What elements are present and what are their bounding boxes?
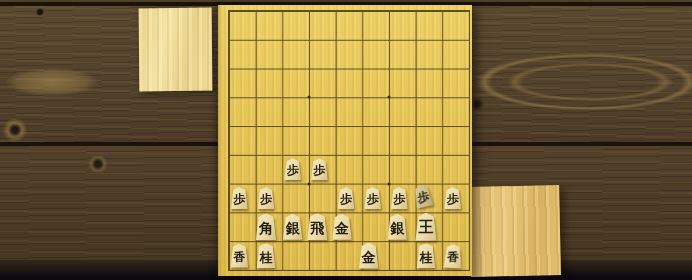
square-9f[interactable] (229, 155, 256, 184)
koma-face: 桂 (416, 243, 437, 268)
square-4f[interactable] (362, 155, 389, 184)
square-5b[interactable] (336, 40, 363, 69)
piece-glyph: 角 (259, 221, 273, 235)
piece-rook[interactable]: 飛 (306, 213, 329, 240)
square-4e[interactable] (362, 126, 389, 155)
star-point (307, 182, 310, 185)
koma-face: 桂 (255, 243, 276, 268)
square-6d[interactable] (309, 97, 336, 126)
square-4b[interactable] (362, 40, 389, 69)
piece-gold[interactable]: 金 (331, 214, 353, 240)
koma-face: 歩 (230, 187, 249, 209)
shogi-board: 歩歩歩歩歩歩歩歩歩角銀飛金銀王香桂金桂香 (218, 5, 472, 276)
koma-face: 歩 (363, 187, 382, 209)
wood-knot-dark (88, 155, 108, 173)
square-8b[interactable] (256, 40, 283, 69)
piece-glyph: 歩 (416, 190, 430, 204)
piece-knight[interactable]: 桂 (255, 243, 276, 268)
square-9d[interactable] (229, 97, 256, 126)
square-2b[interactable] (416, 40, 443, 69)
square-7e[interactable] (282, 126, 309, 155)
square-6b[interactable] (309, 40, 336, 69)
piece-pawn[interactable]: 歩 (390, 187, 409, 209)
square-9b[interactable] (229, 40, 256, 69)
square-5f[interactable] (336, 155, 363, 184)
square-2f[interactable] (416, 155, 443, 184)
piece-silver[interactable]: 銀 (386, 214, 408, 240)
wood-knot-light (6, 68, 98, 96)
square-5c[interactable] (336, 69, 363, 98)
square-1b[interactable] (442, 40, 469, 69)
square-2c[interactable] (416, 69, 443, 98)
square-8c[interactable] (256, 69, 283, 98)
piece-pawn[interactable]: 歩 (363, 187, 382, 209)
square-3e[interactable] (389, 126, 416, 155)
koma-face: 歩 (256, 187, 275, 209)
square-4d[interactable] (362, 97, 389, 126)
piece-glyph: 歩 (393, 193, 405, 205)
square-9a[interactable] (229, 11, 256, 40)
piece-lance[interactable]: 香 (229, 244, 249, 268)
square-7b[interactable] (282, 40, 309, 69)
square-6g[interactable] (309, 184, 336, 213)
piece-pawn[interactable]: 歩 (283, 158, 302, 180)
piece-king[interactable]: 王 (414, 213, 438, 241)
piece-glyph: 歩 (340, 193, 352, 205)
square-1d[interactable] (442, 97, 469, 126)
star-point (388, 96, 391, 99)
square-7a[interactable] (282, 11, 309, 40)
square-6c[interactable] (309, 69, 336, 98)
square-8a[interactable] (256, 11, 283, 40)
square-1h[interactable] (442, 212, 469, 241)
koma-face: 香 (229, 244, 249, 268)
piece-stand-top-left (139, 8, 213, 92)
square-2e[interactable] (416, 126, 443, 155)
wood-knot-dark (2, 118, 28, 142)
koma-face: 飛 (306, 213, 329, 240)
square-5e[interactable] (336, 126, 363, 155)
square-4c[interactable] (362, 69, 389, 98)
piece-glyph: 香 (233, 251, 245, 263)
square-7d[interactable] (282, 97, 309, 126)
koma-face: 歩 (337, 187, 356, 209)
square-3c[interactable] (389, 69, 416, 98)
square-5a[interactable] (336, 11, 363, 40)
square-9h[interactable] (229, 212, 256, 241)
piece-pawn[interactable]: 歩 (256, 187, 275, 209)
wood-knot-dark (470, 98, 484, 110)
square-9e[interactable] (229, 126, 256, 155)
square-1f[interactable] (442, 155, 469, 184)
koma-face: 歩 (283, 158, 302, 180)
square-2d[interactable] (416, 97, 443, 126)
koma-face: 香 (442, 243, 463, 268)
piece-pawn[interactable]: 歩 (230, 187, 249, 209)
square-6i[interactable] (309, 241, 336, 270)
piece-glyph: 歩 (287, 164, 299, 176)
koma-face: 銀 (386, 214, 408, 240)
piece-glyph: 歩 (367, 193, 379, 205)
square-3a[interactable] (389, 11, 416, 40)
square-3i[interactable] (389, 241, 416, 270)
shogi-grid[interactable]: 歩歩歩歩歩歩歩歩歩角銀飛金銀王香桂金桂香 (228, 10, 470, 271)
piece-glyph: 桂 (420, 250, 433, 263)
piece-pawn[interactable]: 歩 (443, 187, 462, 209)
square-3f[interactable] (389, 155, 416, 184)
koma-face: 歩 (443, 187, 462, 209)
piece-glyph: 金 (335, 221, 349, 235)
square-1a[interactable] (442, 11, 469, 40)
piece-glyph: 桂 (259, 250, 272, 263)
square-6e[interactable] (309, 126, 336, 155)
table-scene: 歩歩歩歩歩歩歩歩歩角銀飛金銀王香桂金桂香 (0, 0, 692, 280)
piece-glyph: 王 (419, 220, 434, 235)
square-5d[interactable] (336, 97, 363, 126)
square-2a[interactable] (416, 11, 443, 40)
piece-gold[interactable]: 金 (358, 243, 380, 269)
square-3d[interactable] (389, 97, 416, 126)
piece-pawn[interactable]: 歩 (337, 187, 356, 209)
piece-glyph: 銀 (286, 221, 300, 235)
koma-face: 金 (331, 214, 353, 240)
square-8e[interactable] (256, 126, 283, 155)
square-3b[interactable] (389, 40, 416, 69)
piece-knight[interactable]: 桂 (416, 243, 437, 268)
piece-glyph: 歩 (260, 193, 272, 205)
square-6a[interactable] (309, 11, 336, 40)
wood-grain-arc (495, 60, 685, 104)
koma-face: 歩 (310, 158, 329, 180)
piece-glyph: 香 (446, 250, 459, 263)
piece-glyph: 金 (362, 250, 376, 264)
piece-glyph: 歩 (313, 164, 325, 176)
square-4h[interactable] (362, 212, 389, 241)
square-7g[interactable] (282, 184, 309, 213)
star-point (307, 96, 310, 99)
koma-face: 金 (358, 243, 380, 269)
piece-stand-bottom-right (469, 185, 561, 277)
koma-face: 銀 (282, 214, 304, 240)
piece-glyph: 飛 (310, 221, 324, 235)
piece-bishop[interactable]: 角 (254, 213, 277, 240)
square-1c[interactable] (442, 69, 469, 98)
square-8f[interactable] (256, 155, 283, 184)
koma-face: 角 (254, 213, 277, 240)
star-point (388, 182, 391, 185)
square-1e[interactable] (442, 126, 469, 155)
koma-face: 歩 (390, 187, 409, 209)
piece-silver[interactable]: 銀 (282, 214, 304, 240)
piece-glyph: 歩 (447, 193, 459, 205)
piece-glyph: 歩 (233, 193, 245, 205)
square-9c[interactable] (229, 69, 256, 98)
piece-pawn[interactable]: 歩 (310, 158, 329, 180)
koma-face: 王 (414, 213, 438, 241)
square-4a[interactable] (362, 11, 389, 40)
square-7i[interactable] (282, 241, 309, 270)
square-7c[interactable] (282, 69, 309, 98)
square-8d[interactable] (256, 97, 283, 126)
nail-dot (36, 8, 44, 16)
piece-lance[interactable]: 香 (442, 243, 463, 268)
piece-glyph: 銀 (390, 221, 404, 235)
